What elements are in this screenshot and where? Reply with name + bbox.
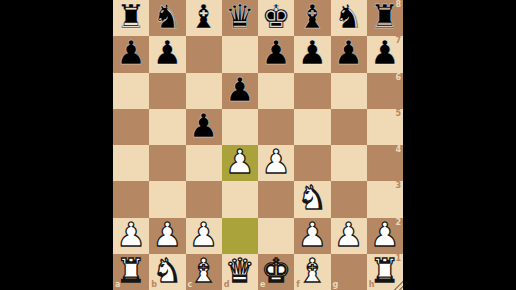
square-c4[interactable] <box>186 145 222 181</box>
square-e7[interactable]: ♟ <box>258 36 294 72</box>
square-f8[interactable]: ♝ <box>294 0 330 36</box>
square-f5[interactable] <box>294 109 330 145</box>
square-g4[interactable] <box>331 145 367 181</box>
black-pawn-a7[interactable]: ♟ <box>116 36 146 71</box>
white-knight-f3[interactable]: ♞ <box>298 181 328 216</box>
square-f1[interactable]: ♝f <box>294 254 330 290</box>
square-a2[interactable]: ♟ <box>113 218 149 254</box>
coord-file-b: b <box>151 281 157 289</box>
square-a5[interactable] <box>113 109 149 145</box>
coord-rank-6: 6 <box>395 74 401 82</box>
square-e2[interactable] <box>258 218 294 254</box>
black-pawn-b7[interactable]: ♟ <box>153 36 183 71</box>
coord-file-f: f <box>296 281 299 289</box>
square-e1[interactable]: ♚e <box>258 254 294 290</box>
square-c2[interactable]: ♟ <box>186 218 222 254</box>
coord-rank-7: 7 <box>395 37 401 45</box>
white-pawn-f2[interactable]: ♟ <box>298 218 328 253</box>
square-h3[interactable]: 3 <box>367 181 403 217</box>
coord-rank-8: 8 <box>395 1 401 9</box>
square-e5[interactable] <box>258 109 294 145</box>
square-g6[interactable] <box>331 73 367 109</box>
square-d5[interactable] <box>222 109 258 145</box>
white-pawn-d4[interactable]: ♟ <box>225 145 255 180</box>
square-c5[interactable]: ♟ <box>186 109 222 145</box>
coord-file-g: g <box>333 281 339 289</box>
square-b7[interactable]: ♟ <box>149 36 185 72</box>
square-g8[interactable]: ♞ <box>331 0 367 36</box>
square-h7[interactable]: ♟7 <box>367 36 403 72</box>
black-pawn-e7[interactable]: ♟ <box>261 36 291 71</box>
square-d1[interactable]: ♛d <box>222 254 258 290</box>
white-queen-d1[interactable]: ♛ <box>225 254 255 289</box>
square-c3[interactable] <box>186 181 222 217</box>
square-h5[interactable]: 5 <box>367 109 403 145</box>
black-knight-g8[interactable]: ♞ <box>334 0 364 35</box>
square-b5[interactable] <box>149 109 185 145</box>
black-bishop-c8[interactable]: ♝ <box>189 0 219 35</box>
square-a8[interactable]: ♜ <box>113 0 149 36</box>
square-f4[interactable] <box>294 145 330 181</box>
square-e6[interactable] <box>258 73 294 109</box>
coord-file-a: a <box>115 281 120 289</box>
square-b6[interactable] <box>149 73 185 109</box>
square-a7[interactable]: ♟ <box>113 36 149 72</box>
white-bishop-f1[interactable]: ♝ <box>298 254 328 289</box>
square-c1[interactable]: ♝c <box>186 254 222 290</box>
app-background: ♜♞♝♛♚♝♞♜8♟♟♟♟♟♟7♟6♟5♟♟4♞3♟♟♟♟♟♟2♜a♞b♝c♛d… <box>0 0 516 290</box>
white-pawn-e4[interactable]: ♟ <box>261 145 291 180</box>
square-d6[interactable]: ♟ <box>222 73 258 109</box>
black-pawn-f7[interactable]: ♟ <box>298 36 328 71</box>
square-a1[interactable]: ♜a <box>113 254 149 290</box>
black-pawn-c5[interactable]: ♟ <box>189 109 219 144</box>
chess-board: ♜♞♝♛♚♝♞♜8♟♟♟♟♟♟7♟6♟5♟♟4♞3♟♟♟♟♟♟2♜a♞b♝c♛d… <box>113 0 403 290</box>
square-f2[interactable]: ♟ <box>294 218 330 254</box>
square-h4[interactable]: 4 <box>367 145 403 181</box>
coord-file-h: h <box>369 281 375 289</box>
black-pawn-d6[interactable]: ♟ <box>225 73 255 108</box>
square-b3[interactable] <box>149 181 185 217</box>
coord-file-d: d <box>224 281 230 289</box>
square-g2[interactable]: ♟ <box>331 218 367 254</box>
square-a6[interactable] <box>113 73 149 109</box>
square-d4[interactable]: ♟ <box>222 145 258 181</box>
square-c8[interactable]: ♝ <box>186 0 222 36</box>
square-d3[interactable] <box>222 181 258 217</box>
black-rook-a8[interactable]: ♜ <box>116 0 146 35</box>
white-pawn-a2[interactable]: ♟ <box>116 218 146 253</box>
square-e4[interactable]: ♟ <box>258 145 294 181</box>
square-e8[interactable]: ♚ <box>258 0 294 36</box>
coord-rank-2: 2 <box>395 219 401 227</box>
square-f3[interactable]: ♞ <box>294 181 330 217</box>
white-king-e1[interactable]: ♚ <box>261 254 291 289</box>
coord-file-c: c <box>188 281 193 289</box>
square-c6[interactable] <box>186 73 222 109</box>
square-f6[interactable] <box>294 73 330 109</box>
square-d2[interactable] <box>222 218 258 254</box>
square-a3[interactable] <box>113 181 149 217</box>
black-knight-b8[interactable]: ♞ <box>153 0 183 35</box>
square-d7[interactable] <box>222 36 258 72</box>
coord-rank-3: 3 <box>395 182 401 190</box>
coord-rank-1: 1 <box>395 255 401 263</box>
square-g7[interactable]: ♟ <box>331 36 367 72</box>
black-pawn-g7[interactable]: ♟ <box>334 36 364 71</box>
black-bishop-f8[interactable]: ♝ <box>298 0 328 35</box>
black-king-e8[interactable]: ♚ <box>261 0 291 35</box>
square-c7[interactable] <box>186 36 222 72</box>
square-a4[interactable] <box>113 145 149 181</box>
square-d8[interactable]: ♛ <box>222 0 258 36</box>
white-pawn-g2[interactable]: ♟ <box>334 218 364 253</box>
square-e3[interactable] <box>258 181 294 217</box>
square-b2[interactable]: ♟ <box>149 218 185 254</box>
white-bishop-c1[interactable]: ♝ <box>189 254 219 289</box>
coord-rank-5: 5 <box>395 110 401 118</box>
white-rook-a1[interactable]: ♜ <box>116 254 146 289</box>
square-h8[interactable]: ♜8 <box>367 0 403 36</box>
square-b1[interactable]: ♞b <box>149 254 185 290</box>
white-knight-b1[interactable]: ♞ <box>153 254 183 289</box>
black-queen-d8[interactable]: ♛ <box>225 0 255 35</box>
square-f7[interactable]: ♟ <box>294 36 330 72</box>
square-h2[interactable]: ♟2 <box>367 218 403 254</box>
white-pawn-c2[interactable]: ♟ <box>189 218 219 253</box>
square-g1[interactable]: g <box>331 254 367 290</box>
coord-rank-4: 4 <box>395 146 401 154</box>
coord-file-e: e <box>260 281 265 289</box>
square-b8[interactable]: ♞ <box>149 0 185 36</box>
square-g3[interactable] <box>331 181 367 217</box>
white-pawn-b2[interactable]: ♟ <box>153 218 183 253</box>
square-h6[interactable]: 6 <box>367 73 403 109</box>
square-b4[interactable] <box>149 145 185 181</box>
square-g5[interactable] <box>331 109 367 145</box>
